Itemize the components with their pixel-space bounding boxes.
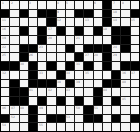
clue-number: 15 — [131, 18, 135, 21]
white-cell-r6c6[interactable] — [47, 45, 55, 53]
black-cell-r4c9 — [75, 27, 83, 35]
black-cell-r10c5 — [38, 80, 46, 88]
white-cell-r15c14[interactable] — [121, 123, 129, 131]
black-cell-r6c14 — [121, 45, 129, 53]
clue-number: 36 — [122, 71, 126, 74]
white-cell-r3c3[interactable] — [20, 18, 28, 26]
white-cell-r9c6[interactable] — [47, 71, 55, 79]
white-cell-r3c9[interactable] — [75, 18, 83, 26]
black-cell-r15c4 — [29, 123, 37, 131]
clue-number: 7 — [113, 1, 115, 4]
black-cell-r2c3 — [20, 10, 28, 18]
black-cell-r7c12 — [103, 53, 111, 61]
white-cell-r13c2[interactable]: 47 — [10, 106, 18, 114]
white-cell-r7c6[interactable] — [47, 53, 55, 61]
black-cell-r4c13 — [112, 27, 120, 35]
black-cell-r2c5 — [38, 10, 46, 18]
white-cell-r9c2[interactable] — [10, 71, 18, 79]
white-cell-r11c1[interactable] — [1, 88, 9, 96]
white-cell-r12c8[interactable] — [66, 97, 74, 105]
white-cell-r12c4[interactable] — [29, 97, 37, 105]
white-cell-r2c2[interactable] — [10, 10, 18, 18]
white-cell-r3c7[interactable]: 12 — [57, 18, 65, 26]
white-cell-r6c2[interactable] — [10, 45, 18, 53]
black-cell-r10c13 — [112, 80, 120, 88]
white-cell-r14c5[interactable] — [38, 115, 46, 123]
white-cell-r2c14[interactable] — [121, 10, 129, 18]
black-cell-r6c11 — [94, 45, 102, 53]
clue-number: 20 — [48, 36, 52, 39]
white-cell-r7c10[interactable]: 27 — [84, 53, 92, 61]
clue-number: 29 — [113, 53, 117, 56]
white-cell-r15c5[interactable]: 55 — [38, 123, 46, 131]
white-cell-r12c12[interactable] — [103, 97, 111, 105]
white-cell-r6c9[interactable] — [75, 45, 83, 53]
white-cell-r3c4[interactable] — [29, 18, 37, 26]
white-cell-r4c15[interactable] — [131, 27, 139, 35]
black-cell-r4c7 — [57, 27, 65, 35]
white-cell-r5c4[interactable] — [29, 36, 37, 44]
white-cell-r12c10[interactable] — [84, 97, 92, 105]
clue-number: 13 — [85, 18, 89, 21]
clue-number: 42 — [48, 88, 52, 91]
white-cell-r1c10[interactable] — [84, 1, 92, 9]
white-cell-r2c13[interactable]: 10 — [112, 10, 120, 18]
clue-number: 45 — [122, 97, 126, 100]
white-cell-r5c1[interactable]: 19 — [1, 36, 9, 44]
white-cell-r6c5[interactable]: 23 — [38, 45, 46, 53]
white-cell-r10c14[interactable]: 40 — [121, 80, 129, 88]
black-cell-r8c6 — [47, 62, 55, 70]
black-cell-r4c5 — [38, 27, 46, 35]
black-cell-r12c11 — [94, 97, 102, 105]
clue-number: 31 — [76, 62, 80, 65]
clue-number: 12 — [57, 18, 61, 21]
black-cell-r7c9 — [75, 53, 83, 61]
clue-number: 30 — [20, 62, 24, 65]
black-cell-r7c3 — [20, 53, 28, 61]
white-cell-r12c15[interactable] — [131, 97, 139, 105]
white-cell-r5c7[interactable] — [57, 36, 65, 44]
black-cell-r14c11 — [94, 115, 102, 123]
black-cell-r5c13 — [112, 36, 120, 44]
white-cell-r1c13[interactable]: 7 — [112, 1, 120, 9]
white-cell-r15c1[interactable]: 54 — [1, 123, 9, 131]
white-cell-r6c7[interactable] — [57, 45, 65, 53]
white-cell-r15c11[interactable] — [94, 123, 102, 131]
white-cell-r13c11[interactable]: 51 — [94, 106, 102, 114]
white-cell-r9c15[interactable]: 37 — [131, 71, 139, 79]
clue-number: 3 — [29, 1, 31, 4]
white-cell-r11c14[interactable] — [121, 88, 129, 96]
clue-number: 54 — [2, 123, 6, 126]
black-cell-r3c6 — [47, 18, 55, 26]
white-cell-r1c15[interactable] — [131, 1, 139, 9]
white-cell-r15c3[interactable] — [20, 123, 28, 131]
black-cell-r12c2 — [10, 97, 18, 105]
white-cell-r3c14[interactable] — [121, 18, 129, 26]
white-cell-r7c8[interactable] — [66, 53, 74, 61]
clue-number: 22 — [2, 45, 6, 48]
black-cell-r12c9 — [75, 97, 83, 105]
white-cell-r5c11[interactable] — [94, 36, 102, 44]
white-cell-r11c7[interactable] — [57, 88, 65, 96]
white-cell-r4c4[interactable] — [29, 27, 37, 35]
white-cell-r11c8[interactable]: 43 — [66, 88, 74, 96]
white-cell-r9c10[interactable]: 35 — [84, 71, 92, 79]
clue-number: 16 — [2, 27, 6, 30]
clue-number: 55 — [39, 123, 43, 126]
black-cell-r6c12 — [103, 45, 111, 53]
black-cell-r2c10 — [84, 10, 92, 18]
white-cell-r14c3[interactable] — [20, 115, 28, 123]
black-cell-r14c7 — [57, 115, 65, 123]
black-cell-r2c9 — [75, 10, 83, 18]
white-cell-r11c6[interactable]: 42 — [47, 88, 55, 96]
white-cell-r9c11[interactable] — [94, 71, 102, 79]
clue-number: 11 — [2, 18, 6, 21]
white-cell-r14c14[interactable] — [121, 115, 129, 123]
white-cell-r1c4[interactable]: 3 — [29, 1, 37, 9]
black-cell-r8c15 — [131, 62, 139, 70]
black-cell-r14c1 — [1, 115, 9, 123]
white-cell-r14c12[interactable] — [103, 115, 111, 123]
white-cell-r3c5[interactable] — [38, 18, 46, 26]
clue-number: 19 — [2, 36, 6, 39]
white-cell-r4c10[interactable] — [84, 27, 92, 35]
white-cell-r7c1[interactable]: 25 — [1, 53, 9, 61]
black-cell-r9c7 — [57, 71, 65, 79]
black-cell-r8c14 — [121, 62, 129, 70]
clue-number: 34 — [66, 71, 70, 74]
black-cell-r14c4 — [29, 115, 37, 123]
white-cell-r14c9[interactable] — [75, 115, 83, 123]
white-cell-r9c9[interactable] — [75, 71, 83, 79]
white-cell-r5c10[interactable] — [84, 36, 92, 44]
white-cell-r11c4[interactable]: 41 — [29, 88, 37, 96]
white-cell-r4c6[interactable]: 17 — [47, 27, 55, 35]
white-cell-r9c8[interactable]: 34 — [66, 71, 74, 79]
white-cell-r11c15[interactable] — [131, 88, 139, 96]
white-cell-r13c12[interactable] — [103, 106, 111, 114]
black-cell-r6c8 — [66, 45, 74, 53]
black-cell-r1c12 — [103, 1, 111, 9]
white-cell-r5c12[interactable] — [103, 36, 111, 44]
black-cell-r9c13 — [112, 71, 120, 79]
black-cell-r12c5 — [38, 97, 46, 105]
black-cell-r2c1 — [1, 10, 9, 18]
black-cell-r14c6 — [47, 115, 55, 123]
black-cell-r2c15 — [131, 10, 139, 18]
white-cell-r13c8[interactable] — [66, 106, 74, 114]
black-cell-r6c4 — [29, 45, 37, 53]
white-cell-r15c15[interactable] — [131, 123, 139, 131]
white-cell-r13c5[interactable]: 49 — [38, 106, 46, 114]
clue-number: 50 — [76, 106, 80, 109]
white-cell-r7c7[interactable] — [57, 53, 65, 61]
white-cell-r1c14[interactable]: 8 — [121, 1, 129, 9]
white-cell-r9c5[interactable]: 33 — [38, 71, 46, 79]
white-cell-r10c1[interactable] — [1, 80, 9, 88]
white-cell-r10c9[interactable]: 39 — [75, 80, 83, 88]
white-cell-r3c13[interactable]: 14 — [112, 18, 120, 26]
white-cell-r7c4[interactable]: 26 — [29, 53, 37, 61]
black-cell-r6c3 — [20, 45, 28, 53]
clue-number: 18 — [103, 27, 107, 30]
white-cell-r7c5[interactable] — [38, 53, 46, 61]
clue-number: 6 — [94, 1, 96, 4]
clue-number: 25 — [2, 53, 6, 56]
white-cell-r11c5[interactable] — [38, 88, 46, 96]
white-cell-r1c1[interactable]: 1 — [1, 1, 9, 9]
white-cell-r15c12[interactable] — [103, 123, 111, 131]
white-cell-r3c11[interactable] — [94, 18, 102, 26]
black-cell-r4c11 — [94, 27, 102, 35]
white-cell-r15c6[interactable] — [47, 123, 55, 131]
white-cell-r3c15[interactable]: 15 — [131, 18, 139, 26]
clue-number: 40 — [122, 80, 126, 83]
white-cell-r8c11[interactable] — [94, 62, 102, 70]
white-cell-r6c1[interactable]: 22 — [1, 45, 9, 53]
white-cell-r13c1[interactable]: 46 — [1, 106, 9, 114]
white-cell-r4c2[interactable] — [10, 27, 18, 35]
white-cell-r2c4[interactable] — [29, 10, 37, 18]
white-cell-r5c9[interactable]: 21 — [75, 36, 83, 44]
clue-number: 33 — [39, 71, 43, 74]
black-cell-r9c4 — [29, 71, 37, 79]
white-cell-r7c2[interactable] — [10, 53, 18, 61]
clue-number: 35 — [85, 71, 89, 74]
white-cell-r5c3[interactable] — [20, 36, 28, 44]
clue-number: 10 — [113, 10, 117, 13]
clue-number: 24 — [113, 45, 117, 48]
white-cell-r12c14[interactable]: 45 — [121, 97, 129, 105]
white-cell-r15c13[interactable] — [112, 123, 120, 131]
white-cell-r7c15[interactable] — [131, 53, 139, 61]
white-cell-r7c11[interactable]: 28 — [94, 53, 102, 61]
clue-number: 2 — [11, 1, 13, 4]
white-cell-r9c14[interactable]: 36 — [121, 71, 129, 79]
black-cell-r5c14 — [121, 36, 129, 44]
white-cell-r1c5[interactable] — [38, 1, 46, 9]
black-cell-r8c1 — [1, 62, 9, 70]
clue-number: 43 — [66, 88, 70, 91]
white-cell-r11c9[interactable] — [75, 88, 83, 96]
clue-number: 52 — [11, 115, 15, 118]
black-cell-r8c4 — [29, 62, 37, 70]
white-cell-r8c5[interactable] — [38, 62, 46, 70]
white-cell-r1c6[interactable] — [47, 1, 55, 9]
white-cell-r8c13[interactable] — [112, 62, 120, 70]
clue-number: 9 — [57, 10, 59, 13]
white-cell-r6c15[interactable] — [131, 45, 139, 53]
white-cell-r15c2[interactable] — [10, 123, 18, 131]
white-cell-r3c1[interactable]: 11 — [1, 18, 9, 26]
crossword-grid: 1234567891011121314151617181920212223242… — [0, 0, 140, 132]
white-cell-r1c3[interactable] — [20, 1, 28, 9]
white-cell-r5c15[interactable] — [131, 36, 139, 44]
white-cell-r9c3[interactable] — [20, 71, 28, 79]
white-cell-r6c13[interactable]: 24 — [112, 45, 120, 53]
black-cell-r10c12 — [103, 80, 111, 88]
clue-number: 32 — [2, 71, 6, 74]
white-cell-r15c9[interactable] — [75, 123, 83, 131]
white-cell-r1c8[interactable]: 5 — [66, 1, 74, 9]
clue-number: 4 — [57, 1, 59, 4]
clue-number: 39 — [76, 80, 80, 83]
white-cell-r11c12[interactable]: 44 — [103, 88, 111, 96]
white-cell-r13c6[interactable] — [47, 106, 55, 114]
white-cell-r13c15[interactable] — [131, 106, 139, 114]
white-cell-r8c3[interactable]: 30 — [20, 62, 28, 70]
clue-number: 38 — [57, 80, 61, 83]
black-cell-r12c7 — [57, 97, 65, 105]
white-cell-r13c14[interactable] — [121, 106, 129, 114]
white-cell-r11c10[interactable] — [84, 88, 92, 96]
white-cell-r7c14[interactable] — [121, 53, 129, 61]
clue-number: 48 — [20, 106, 24, 109]
black-cell-r11c11 — [94, 88, 102, 96]
white-cell-r9c12[interactable] — [103, 71, 111, 79]
black-cell-r10c8 — [66, 80, 74, 88]
black-cell-r12c3 — [20, 97, 28, 105]
white-cell-r5c6[interactable]: 20 — [47, 36, 55, 44]
white-cell-r13c3[interactable]: 48 — [20, 106, 28, 114]
white-cell-r15c8[interactable] — [66, 123, 74, 131]
clue-number: 51 — [94, 106, 98, 109]
white-cell-r13c9[interactable]: 50 — [75, 106, 83, 114]
white-cell-r4c1[interactable]: 16 — [1, 27, 9, 35]
white-cell-r4c8[interactable] — [66, 27, 74, 35]
white-cell-r5c8[interactable] — [66, 36, 74, 44]
clue-number: 41 — [29, 88, 33, 91]
white-cell-r12c1[interactable] — [1, 97, 9, 105]
black-cell-r12c13 — [112, 97, 120, 105]
white-cell-r4c12[interactable]: 18 — [103, 27, 111, 35]
white-cell-r15c7[interactable] — [57, 123, 65, 131]
clue-number: 21 — [76, 36, 80, 39]
black-cell-r14c15 — [131, 115, 139, 123]
white-cell-r10c11[interactable] — [94, 80, 102, 88]
white-cell-r1c11[interactable]: 6 — [94, 1, 102, 9]
white-cell-r9c1[interactable]: 32 — [1, 71, 9, 79]
black-cell-r14c13 — [112, 115, 120, 123]
black-cell-r8c12 — [103, 62, 111, 70]
white-cell-r11c13[interactable] — [112, 88, 120, 96]
white-cell-r14c8[interactable]: 53 — [66, 115, 74, 123]
black-cell-r8c2 — [10, 62, 18, 70]
white-cell-r8c7[interactable] — [57, 62, 65, 70]
clue-number: 44 — [103, 88, 107, 91]
black-cell-r2c12 — [103, 10, 111, 18]
black-cell-r14c10 — [84, 115, 92, 123]
black-cell-r11c2 — [10, 88, 18, 96]
white-cell-r13c7[interactable] — [57, 106, 65, 114]
white-cell-r2c8[interactable] — [66, 10, 74, 18]
white-cell-r13c13[interactable] — [112, 106, 120, 114]
clue-number: 1 — [2, 1, 4, 4]
black-cell-r2c6 — [47, 10, 55, 18]
black-cell-r4c14 — [121, 27, 129, 35]
black-cell-r10c4 — [29, 80, 37, 88]
clue-number: 49 — [39, 106, 43, 109]
clue-number: 46 — [2, 106, 6, 109]
white-cell-r1c9[interactable] — [75, 1, 83, 9]
white-cell-r15c10[interactable] — [84, 123, 92, 131]
clue-number: 47 — [11, 106, 15, 109]
clue-number: 23 — [39, 45, 43, 48]
black-cell-r6c10 — [84, 45, 92, 53]
clue-number: 14 — [113, 18, 117, 21]
white-cell-r3c8[interactable] — [66, 18, 74, 26]
white-cell-r10c10[interactable] — [84, 80, 92, 88]
clue-number: 5 — [66, 1, 68, 4]
clue-number: 53 — [66, 115, 70, 118]
white-cell-r10c7[interactable]: 38 — [57, 80, 65, 88]
white-cell-r10c3[interactable] — [20, 80, 28, 88]
black-cell-r4c3 — [20, 27, 28, 35]
black-cell-r10c2 — [10, 80, 18, 88]
white-cell-r10c15[interactable] — [131, 80, 139, 88]
black-cell-r13c4 — [29, 106, 37, 114]
black-cell-r3c12 — [103, 18, 111, 26]
white-cell-r1c2[interactable]: 2 — [10, 1, 18, 9]
black-cell-r11c3 — [20, 88, 28, 96]
clue-number: 27 — [85, 53, 89, 56]
white-cell-r8c9[interactable]: 31 — [75, 62, 83, 70]
black-cell-r13c10 — [84, 106, 92, 114]
clue-number: 8 — [122, 1, 124, 4]
clue-number: 26 — [29, 53, 33, 56]
white-cell-r12c6[interactable] — [47, 97, 55, 105]
black-cell-r5c5 — [38, 36, 46, 44]
clue-number: 28 — [94, 53, 98, 56]
black-cell-r10c6 — [47, 80, 55, 88]
black-cell-r8c8 — [66, 62, 74, 70]
white-cell-r7c13[interactable]: 29 — [112, 53, 120, 61]
white-cell-r5c2[interactable] — [10, 36, 18, 44]
clue-number: 17 — [48, 27, 52, 30]
white-cell-r3c10[interactable]: 13 — [84, 18, 92, 26]
white-cell-r14c2[interactable]: 52 — [10, 115, 18, 123]
clue-number: 37 — [131, 71, 135, 74]
white-cell-r3c2[interactable] — [10, 18, 18, 26]
white-cell-r2c11[interactable] — [94, 10, 102, 18]
white-cell-r1c7[interactable]: 4 — [57, 1, 65, 9]
black-cell-r8c10 — [84, 62, 92, 70]
white-cell-r2c7[interactable]: 9 — [57, 10, 65, 18]
